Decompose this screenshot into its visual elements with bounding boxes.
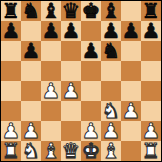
square-h1[interactable]: ♜ bbox=[141, 141, 161, 161]
black-bishop-piece[interactable]: ♝ bbox=[102, 1, 121, 21]
black-king-piece[interactable]: ♚ bbox=[82, 1, 101, 21]
black-pawn-piece[interactable]: ♟ bbox=[82, 41, 101, 61]
square-f7[interactable]: ♟ bbox=[101, 21, 121, 41]
square-a2[interactable]: ♟ bbox=[1, 121, 21, 141]
white-king-piece[interactable]: ♚ bbox=[82, 141, 101, 161]
black-pawn-piece[interactable]: ♟ bbox=[22, 41, 41, 61]
white-bishop-piece[interactable]: ♝ bbox=[42, 141, 61, 161]
white-pawn-piece[interactable]: ♟ bbox=[22, 121, 41, 141]
square-g2[interactable] bbox=[121, 121, 141, 141]
square-a6[interactable] bbox=[1, 41, 21, 61]
square-h2[interactable]: ♟ bbox=[141, 121, 161, 141]
white-rook-piece[interactable]: ♜ bbox=[2, 141, 21, 161]
white-pawn-piece[interactable]: ♟ bbox=[142, 121, 161, 141]
white-pawn-piece[interactable]: ♟ bbox=[102, 121, 121, 141]
square-d3[interactable] bbox=[61, 101, 81, 121]
white-pawn-piece[interactable]: ♟ bbox=[122, 101, 141, 121]
square-b3[interactable] bbox=[21, 101, 41, 121]
square-h6[interactable] bbox=[141, 41, 161, 61]
chess-board: ♜♞♝♛♚♝♜♟♟♟♟♟♟♟♟♞♟♟♞♟♟♟♟♟♟♜♞♝♛♚♝♜ bbox=[0, 0, 162, 162]
square-b8[interactable]: ♞ bbox=[21, 1, 41, 21]
square-e3[interactable] bbox=[81, 101, 101, 121]
square-d2[interactable] bbox=[61, 121, 81, 141]
square-b1[interactable]: ♞ bbox=[21, 141, 41, 161]
square-f2[interactable]: ♟ bbox=[101, 121, 121, 141]
square-f6[interactable]: ♞ bbox=[101, 41, 121, 61]
white-rook-piece[interactable]: ♜ bbox=[142, 141, 161, 161]
square-c2[interactable] bbox=[41, 121, 61, 141]
square-d7[interactable]: ♟ bbox=[61, 21, 81, 41]
square-g3[interactable]: ♟ bbox=[121, 101, 141, 121]
square-h7[interactable]: ♟ bbox=[141, 21, 161, 41]
square-c6[interactable] bbox=[41, 41, 61, 61]
white-bishop-piece[interactable]: ♝ bbox=[102, 141, 121, 161]
square-f8[interactable]: ♝ bbox=[101, 1, 121, 21]
square-f3[interactable]: ♞ bbox=[101, 101, 121, 121]
square-f5[interactable] bbox=[101, 61, 121, 81]
square-e4[interactable] bbox=[81, 81, 101, 101]
square-a4[interactable] bbox=[1, 81, 21, 101]
white-pawn-piece[interactable]: ♟ bbox=[42, 81, 61, 101]
square-c1[interactable]: ♝ bbox=[41, 141, 61, 161]
square-c3[interactable] bbox=[41, 101, 61, 121]
square-b6[interactable]: ♟ bbox=[21, 41, 41, 61]
square-h8[interactable]: ♜ bbox=[141, 1, 161, 21]
black-pawn-piece[interactable]: ♟ bbox=[2, 21, 21, 41]
square-d8[interactable]: ♛ bbox=[61, 1, 81, 21]
black-pawn-piece[interactable]: ♟ bbox=[62, 21, 81, 41]
black-rook-piece[interactable]: ♜ bbox=[142, 1, 161, 21]
square-e5[interactable] bbox=[81, 61, 101, 81]
white-pawn-piece[interactable]: ♟ bbox=[62, 81, 81, 101]
square-c4[interactable]: ♟ bbox=[41, 81, 61, 101]
black-rook-piece[interactable]: ♜ bbox=[2, 1, 21, 21]
square-b5[interactable] bbox=[21, 61, 41, 81]
white-pawn-piece[interactable]: ♟ bbox=[2, 121, 21, 141]
square-e2[interactable]: ♟ bbox=[81, 121, 101, 141]
square-a7[interactable]: ♟ bbox=[1, 21, 21, 41]
black-pawn-piece[interactable]: ♟ bbox=[42, 21, 61, 41]
square-c5[interactable] bbox=[41, 61, 61, 81]
black-knight-piece[interactable]: ♞ bbox=[102, 41, 121, 61]
square-g7[interactable]: ♟ bbox=[121, 21, 141, 41]
square-g5[interactable] bbox=[121, 61, 141, 81]
square-a5[interactable] bbox=[1, 61, 21, 81]
black-pawn-piece[interactable]: ♟ bbox=[102, 21, 121, 41]
square-d5[interactable] bbox=[61, 61, 81, 81]
black-pawn-piece[interactable]: ♟ bbox=[142, 21, 161, 41]
white-knight-piece[interactable]: ♞ bbox=[102, 101, 121, 121]
square-b4[interactable] bbox=[21, 81, 41, 101]
square-c7[interactable]: ♟ bbox=[41, 21, 61, 41]
square-e7[interactable] bbox=[81, 21, 101, 41]
square-e8[interactable]: ♚ bbox=[81, 1, 101, 21]
white-knight-piece[interactable]: ♞ bbox=[22, 141, 41, 161]
square-d1[interactable]: ♛ bbox=[61, 141, 81, 161]
square-a3[interactable] bbox=[1, 101, 21, 121]
square-g1[interactable] bbox=[121, 141, 141, 161]
black-bishop-piece[interactable]: ♝ bbox=[42, 1, 61, 21]
square-f1[interactable]: ♝ bbox=[101, 141, 121, 161]
square-f4[interactable] bbox=[101, 81, 121, 101]
black-queen-piece[interactable]: ♛ bbox=[62, 1, 81, 21]
square-a8[interactable]: ♜ bbox=[1, 1, 21, 21]
square-h5[interactable] bbox=[141, 61, 161, 81]
square-b2[interactable]: ♟ bbox=[21, 121, 41, 141]
square-d6[interactable] bbox=[61, 41, 81, 61]
square-a1[interactable]: ♜ bbox=[1, 141, 21, 161]
square-e1[interactable]: ♚ bbox=[81, 141, 101, 161]
square-d4[interactable]: ♟ bbox=[61, 81, 81, 101]
square-e6[interactable]: ♟ bbox=[81, 41, 101, 61]
square-g6[interactable] bbox=[121, 41, 141, 61]
black-knight-piece[interactable]: ♞ bbox=[22, 1, 41, 21]
square-g4[interactable] bbox=[121, 81, 141, 101]
white-pawn-piece[interactable]: ♟ bbox=[82, 121, 101, 141]
square-h4[interactable] bbox=[141, 81, 161, 101]
square-h3[interactable] bbox=[141, 101, 161, 121]
square-c8[interactable]: ♝ bbox=[41, 1, 61, 21]
black-pawn-piece[interactable]: ♟ bbox=[122, 21, 141, 41]
square-b7[interactable] bbox=[21, 21, 41, 41]
white-queen-piece[interactable]: ♛ bbox=[62, 141, 81, 161]
square-g8[interactable] bbox=[121, 1, 141, 21]
